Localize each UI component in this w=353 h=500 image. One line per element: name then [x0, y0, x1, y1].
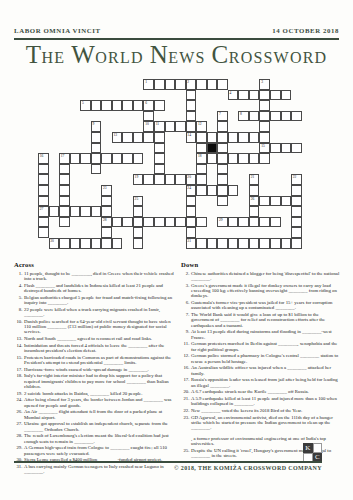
grid-cell[interactable]: [186, 227, 197, 238]
title-word: CROSSWORD: [212, 49, 328, 66]
grid-cell[interactable]: [38, 217, 49, 228]
across-heading: Across: [14, 261, 177, 268]
grid-cell[interactable]: [196, 174, 207, 185]
grid-cell[interactable]: [101, 100, 112, 111]
grid-cell[interactable]: [217, 238, 228, 249]
grid-cell[interactable]: [154, 153, 165, 164]
grid-cell[interactable]: [186, 206, 197, 217]
grid-cell[interactable]: [165, 174, 176, 185]
logo-k-square: K: [303, 443, 313, 453]
grid-cell[interactable]: [49, 206, 60, 217]
grid-cell[interactable]: [154, 79, 165, 90]
clue-text: North and South ________ agreed to recon…: [24, 336, 152, 341]
clue: 9.At least 13 people died during rainsto…: [181, 329, 341, 340]
grid-cell[interactable]: [101, 196, 112, 207]
clue-number: 31: [187, 239, 191, 243]
grid-cell[interactable]: [249, 90, 260, 101]
grid-cell[interactable]: [281, 111, 292, 122]
clue-number: 30: [50, 239, 54, 243]
grid-cell[interactable]: [217, 174, 228, 185]
grid-cell[interactable]: [281, 143, 292, 154]
clue-list-number: 19.: [14, 391, 22, 396]
clue-number: 9: [92, 122, 94, 126]
grid-cell[interactable]: [91, 206, 102, 217]
clue-list-number: 13.: [14, 336, 22, 341]
grid-cell[interactable]: [80, 153, 91, 164]
grid-cell[interactable]: [196, 132, 207, 143]
grid-cell[interactable]: 16: [38, 153, 49, 164]
clue-text: German protesters marched in Berlin agai…: [191, 341, 337, 351]
grid-cell[interactable]: 13: [112, 132, 123, 143]
clue-list-number: 20.: [181, 389, 189, 394]
logo-blank-square-1: [313, 443, 323, 453]
clue-list-number: 5.: [14, 295, 22, 300]
grid-cell[interactable]: [217, 143, 228, 154]
grid-cell[interactable]: [259, 217, 270, 228]
grid-cell[interactable]: [133, 206, 144, 217]
grid-cell[interactable]: 29: [217, 217, 228, 228]
grid-cell[interactable]: [238, 132, 249, 143]
clue-list-number: 27.: [14, 421, 22, 426]
grid-cell[interactable]: [249, 111, 260, 122]
clue-number: 15: [261, 144, 265, 148]
clue-number: 27: [40, 207, 44, 211]
grid-cell[interactable]: [270, 111, 281, 122]
grid-cell[interactable]: [112, 100, 123, 111]
clue-number: 26: [251, 197, 255, 201]
clue-number: 20: [187, 175, 191, 179]
clue: 27.Ukraine got approval to establish an …: [14, 421, 177, 432]
grid-cell[interactable]: [59, 206, 70, 217]
clue: 18.Italy's far-right interior minister h…: [14, 373, 177, 389]
grid-cell[interactable]: [249, 132, 260, 143]
clue-list-number: 4.: [14, 283, 22, 288]
grid-cell[interactable]: [249, 206, 260, 217]
clue: 19.2 suicide bomb attacks in Baidoa, ___…: [14, 391, 177, 396]
grid-cell[interactable]: [228, 217, 239, 228]
grid-cell[interactable]: [175, 121, 186, 132]
grid-cell[interactable]: [186, 111, 197, 122]
grid-cell[interactable]: [112, 153, 123, 164]
grid-cell[interactable]: [270, 143, 281, 154]
grid-cell[interactable]: [133, 132, 144, 143]
grid-cell[interactable]: [196, 217, 207, 228]
grid-cell[interactable]: [112, 217, 123, 228]
masthead-date: 14 OCTOBER 2018: [272, 27, 339, 34]
clue-list-number: 23.: [181, 415, 189, 420]
clue: 3.Greece's government made it illegal fo…: [181, 283, 341, 299]
grid-cell[interactable]: [249, 217, 260, 228]
grid-cell[interactable]: [122, 132, 133, 143]
clue-list-number: 16.: [181, 365, 189, 370]
crossword-grid: 1234567891011121314151617181920212223242…: [38, 79, 302, 249]
grid-cell[interactable]: [228, 153, 239, 164]
grid-cell[interactable]: [249, 238, 260, 249]
clue-text: Greece's government made it illegal for …: [191, 283, 337, 299]
grid-cell[interactable]: [38, 174, 49, 185]
grid-cell[interactable]: [186, 217, 197, 228]
clue-text: A German high-speed train from Cologne t…: [24, 445, 167, 455]
clue-list-number: 2.: [181, 271, 189, 276]
grid-cell[interactable]: [175, 79, 186, 90]
clue-number: 8: [240, 112, 242, 116]
grid-cell[interactable]: [38, 227, 49, 238]
clue-number: 11: [156, 122, 159, 126]
clue: 17.Hurricane-force winds caused wide-spr…: [14, 367, 177, 372]
grid-cell[interactable]: 23: [101, 185, 112, 196]
grid-cell[interactable]: [133, 227, 144, 238]
grid-cell[interactable]: [175, 217, 186, 228]
grid-cell[interactable]: [165, 217, 176, 228]
clue: 10.Danish police searched for a 64-year-…: [14, 319, 177, 335]
masthead: LABOR OMNIA VINCIT 14 OCTOBER 2018: [14, 27, 339, 34]
grid-cell[interactable]: 19: [133, 174, 144, 185]
grid-cell[interactable]: [270, 217, 281, 228]
grid-cell[interactable]: [91, 153, 102, 164]
clue-text: Flash ________ and landslides in Indones…: [24, 283, 163, 293]
clue-number: 22: [293, 175, 297, 179]
grid-cell[interactable]: 27: [38, 206, 49, 217]
grid-cell[interactable]: 6: [143, 100, 154, 111]
clue: 6.Guatemala's former vice-president was …: [181, 300, 341, 311]
grid-cell[interactable]: 15: [259, 143, 270, 154]
grid-cell[interactable]: [291, 196, 302, 207]
clue-number: 1: [145, 80, 147, 84]
grid-cell[interactable]: [154, 164, 165, 175]
grid-cell[interactable]: [291, 185, 302, 196]
grid-cell[interactable]: [186, 90, 197, 101]
grid-cell[interactable]: [207, 79, 218, 90]
clue: 26.An Air ________ flight attendant fell…: [14, 409, 177, 420]
grid-cell[interactable]: [59, 196, 70, 207]
grid-cell[interactable]: [70, 206, 81, 217]
clue-list-number: 18.: [14, 373, 22, 378]
clue-list-number: 9.: [181, 329, 189, 334]
grid-cell[interactable]: [281, 196, 292, 207]
grid-cell[interactable]: [186, 121, 197, 132]
grid-cell[interactable]: [217, 164, 228, 175]
grid-cell[interactable]: [207, 185, 218, 196]
grid-cell[interactable]: [259, 132, 270, 143]
grid-cell[interactable]: 17: [59, 153, 70, 164]
clue-number: 19: [135, 175, 139, 179]
grid-cell[interactable]: [154, 174, 165, 185]
grid-cell[interactable]: [122, 100, 133, 111]
clue-text: 11 people, thought to be ________, died …: [24, 271, 174, 281]
grid-cell[interactable]: [112, 238, 123, 249]
clue-number: 24: [187, 186, 191, 190]
clue-text: Intimidation and threats forced 4 offici…: [24, 343, 164, 353]
grid-cell[interactable]: [228, 185, 239, 196]
grid-cell[interactable]: [291, 227, 302, 238]
black-cell: [207, 143, 218, 154]
clue-text: Danish police searched for a 64-year-old…: [24, 319, 171, 335]
clue-text: A bus carrying mainly German teenagers t…: [24, 464, 164, 474]
grid-cell[interactable]: [238, 217, 249, 228]
grid-cell[interactable]: 7: [217, 111, 228, 122]
clue-list-number: 1.: [14, 271, 22, 276]
grid-cell[interactable]: [228, 238, 239, 249]
clue-text: At least 13 people died during rainstorm…: [191, 329, 332, 339]
clue-list-number: 3.: [181, 283, 189, 288]
clue: 31.A bus carrying mainly German teenager…: [14, 464, 177, 475]
grid-cell[interactable]: [259, 238, 270, 249]
down-clues: Down 2.Chinese authorities detained a bl…: [181, 261, 341, 460]
clue-text: The result of Luxembourg's election mean…: [24, 433, 169, 443]
clue-list-number: 8.: [14, 307, 22, 312]
clue: 14.Intimidation and threats forced 4 off…: [14, 343, 177, 354]
clue-number: 13: [114, 133, 118, 137]
masthead-motto: LABOR OMNIA VINCIT: [14, 27, 101, 34]
grid-cell[interactable]: 21: [249, 174, 260, 185]
grid-cell[interactable]: [101, 153, 112, 164]
clue-list-number: 15.: [14, 355, 22, 360]
clue-text: The World Bank said it would give a loan…: [191, 312, 325, 328]
grid-cell[interactable]: 22: [291, 174, 302, 185]
grid-cell[interactable]: [259, 121, 270, 132]
clue-text: 22 people were killed when a truck carry…: [24, 307, 160, 317]
grid-cell[interactable]: [238, 153, 249, 164]
clue-text: Chinese authorities detained a blogger f…: [191, 271, 339, 281]
clue: 4.Flash ________ and landslides in Indon…: [14, 283, 177, 294]
clue: 20.A 6.7 earthquake struck near the Kuri…: [181, 389, 341, 394]
clue: 24.After being closed for 3 years, the b…: [14, 397, 177, 408]
clue-list-number: 21.: [181, 396, 189, 401]
grid-cell[interactable]: [259, 111, 270, 122]
clue-number: 23: [103, 186, 107, 190]
clue: 2.Chinese authorities detained a blogger…: [181, 271, 341, 282]
grid-cell[interactable]: [196, 143, 207, 154]
copyright-text: © 2018, THE KOMIŽA CROSSWORD COMPANY: [174, 465, 322, 471]
clue-text: An Australian wildlife officer was injur…: [191, 365, 331, 375]
clue-list-number: 10.: [14, 319, 22, 324]
grid-cell[interactable]: [207, 153, 218, 164]
grid-cell[interactable]: 12: [196, 121, 207, 132]
clue: 12.German police stormed a pharmacy in C…: [181, 353, 341, 364]
grid-cell[interactable]: [249, 153, 260, 164]
grid-cell[interactable]: [259, 100, 270, 111]
clue-text: Ukraine got approval to establish an ind…: [24, 421, 168, 431]
clue: 29.A German high-speed train from Cologn…: [14, 445, 177, 456]
grid-cell[interactable]: [101, 238, 112, 249]
grid-cell[interactable]: [143, 132, 154, 143]
grid-cell[interactable]: [154, 143, 165, 154]
grid-cell[interactable]: [154, 132, 165, 143]
grid-cell[interactable]: [291, 111, 302, 122]
clue-number: 12: [198, 122, 202, 126]
grid-cell[interactable]: [133, 217, 144, 228]
grid-cell[interactable]: [186, 100, 197, 111]
grid-cell[interactable]: [291, 217, 302, 228]
clue-list-number: 17.: [181, 377, 189, 382]
grid-cell[interactable]: 26: [249, 196, 260, 207]
grid-cell[interactable]: [217, 185, 228, 196]
grid-cell[interactable]: 1: [143, 79, 154, 90]
clue-text: A 6.7 earthquake struck near the Kurile …: [191, 389, 309, 394]
grid-cell[interactable]: [91, 143, 102, 154]
clue-number: 28: [103, 218, 107, 222]
grid-cell[interactable]: 5: [80, 100, 91, 111]
grid-cell[interactable]: [122, 217, 133, 228]
grid-cell[interactable]: [133, 238, 144, 249]
clue-number: 3: [261, 80, 263, 84]
grid-cell[interactable]: [91, 164, 102, 175]
grid-cell[interactable]: [196, 164, 207, 175]
clue-list-number: 11.: [181, 341, 189, 346]
masthead-rule: [14, 38, 339, 40]
grid-cell[interactable]: [91, 100, 102, 111]
clue-text: German police stormed a pharmacy in Colo…: [191, 353, 338, 363]
grid-cell[interactable]: [270, 196, 281, 207]
grid-cell[interactable]: [217, 79, 228, 90]
grid-cell[interactable]: 9: [91, 121, 102, 132]
clue-text: After being closed for 3 years, the bord…: [24, 397, 171, 407]
grid-cell[interactable]: [291, 238, 302, 249]
clue-list-number: 28.: [14, 433, 22, 438]
grid-cell[interactable]: [238, 90, 249, 101]
grid-cell[interactable]: [165, 121, 176, 132]
clue: 5.Belgian authorities charged 5 people f…: [14, 295, 177, 306]
publisher-logo: K C: [303, 443, 322, 462]
clue-text: Russia's opposition leader was released …: [191, 377, 338, 387]
grid-cell[interactable]: 11: [154, 121, 165, 132]
grid-cell[interactable]: [70, 238, 81, 249]
grid-cell[interactable]: 2: [186, 79, 197, 90]
grid-cell[interactable]: [259, 90, 270, 101]
grid-cell[interactable]: [228, 132, 239, 143]
grid-cell[interactable]: [196, 185, 207, 196]
down-list: 2.Chinese authorities detained a blogger…: [181, 271, 341, 459]
grid-cell[interactable]: 24: [186, 185, 197, 196]
grid-cell[interactable]: [196, 238, 207, 249]
grid-cell[interactable]: [207, 238, 218, 249]
grid-cell[interactable]: [38, 164, 49, 175]
grid-cell[interactable]: [281, 238, 292, 249]
clue-number: 2: [187, 80, 189, 84]
title-word: THE: [26, 49, 66, 66]
grid-cell[interactable]: [186, 196, 197, 207]
grid-cell[interactable]: [207, 132, 218, 143]
clue: 17.Russia's opposition leader was releas…: [181, 377, 341, 388]
grid-cell[interactable]: [80, 238, 91, 249]
grid-cell[interactable]: [59, 174, 70, 185]
clue: 15.Protesters barricaded roads in Comoro…: [14, 355, 177, 366]
grid-cell[interactable]: 3: [259, 79, 270, 90]
grid-cell[interactable]: [133, 100, 144, 111]
grid-cell[interactable]: [270, 238, 281, 249]
grid-cell[interactable]: [133, 153, 144, 164]
clue: 21.A 5.9 earthquake killed at least 11 p…: [181, 396, 341, 407]
grid-cell[interactable]: [59, 164, 70, 175]
clue-number: 16: [40, 154, 44, 158]
clue: 13.North and South ________ agreed to re…: [14, 336, 177, 341]
grid-cell[interactable]: [154, 100, 165, 111]
clue: 28.The result of Luxembourg's election m…: [14, 433, 177, 444]
grid-cell[interactable]: [249, 185, 260, 196]
grid-cell[interactable]: [154, 217, 165, 228]
clue-text: New ________ voted the kererū its 2018 B…: [191, 408, 302, 413]
grid-cell[interactable]: [59, 217, 70, 228]
grid-cell[interactable]: [217, 196, 228, 207]
grid-cell[interactable]: [281, 90, 292, 101]
grid-cell[interactable]: [122, 153, 133, 164]
clue-number: 14: [187, 133, 191, 137]
crossword-page: LABOR OMNIA VINCIT 14 OCTOBER 2018 THEWO…: [0, 0, 353, 500]
grid-cell[interactable]: 10: [143, 121, 154, 132]
clue-list-number: 29.: [14, 445, 22, 450]
grid-cell[interactable]: [259, 196, 270, 207]
logo-letter-k: K: [305, 444, 310, 452]
grid-cell[interactable]: [270, 90, 281, 101]
clue-list-number: 17.: [14, 367, 22, 372]
grid-cell[interactable]: [238, 238, 249, 249]
grid-cell[interactable]: 28: [101, 217, 112, 228]
clue-text: Protesters barricaded roads in Comoros a…: [24, 355, 171, 365]
grid-cell[interactable]: [165, 79, 176, 90]
clue-text: Italy's far-right interior minister had …: [24, 373, 169, 389]
grid-cell[interactable]: [217, 121, 228, 132]
footer-rule: [14, 461, 322, 463]
clue-text: Belgian authorities charged 5 people for…: [24, 295, 172, 305]
clue-number: 7: [219, 112, 221, 116]
grid-cell[interactable]: [217, 132, 228, 143]
grid-cell[interactable]: [59, 185, 70, 196]
grid-cell[interactable]: 30: [49, 238, 60, 249]
grid-cell[interactable]: 4: [228, 90, 239, 101]
clue-list-number: 25.: [181, 448, 189, 453]
grid-cell[interactable]: [217, 153, 228, 164]
title-word: WORLD: [71, 49, 143, 66]
grid-cell[interactable]: [143, 174, 154, 185]
across-list: 1.11 people, thought to be ________, die…: [14, 271, 177, 475]
clue-number: 5: [82, 101, 84, 105]
grid-cell[interactable]: [291, 143, 302, 154]
grid-cell[interactable]: [175, 174, 186, 185]
grid-cell[interactable]: [143, 217, 154, 228]
clue-list-number: 14.: [14, 343, 22, 348]
grid-cell[interactable]: 25: [133, 196, 144, 207]
clue: 8.22 people were killed when a truck car…: [14, 307, 177, 318]
clue-text: An Air ________ flight attendant fell fr…: [24, 409, 162, 419]
grid-cell[interactable]: [38, 185, 49, 196]
grid-cell[interactable]: 18: [196, 153, 207, 164]
clue-list-number: 7.: [181, 312, 189, 317]
clue-text: Guatemala's former vice-president was ja…: [191, 300, 332, 310]
grid-cell[interactable]: [80, 206, 91, 217]
grid-cell[interactable]: [101, 227, 112, 238]
grid-cell[interactable]: [143, 111, 154, 122]
grid-cell[interactable]: [196, 79, 207, 90]
clue-list-number: 26.: [14, 409, 22, 414]
clue: 1.11 people, thought to be ________, die…: [14, 271, 177, 282]
grid-cell[interactable]: [101, 206, 112, 217]
clue: 23.GD Agarwal, an environmental activist…: [181, 415, 341, 431]
clue-number: 6: [145, 101, 147, 105]
grid-cell[interactable]: [70, 153, 81, 164]
down-heading: Down: [181, 261, 341, 268]
grid-cell[interactable]: 31: [186, 238, 197, 249]
grid-cell[interactable]: [91, 132, 102, 143]
grid-cell[interactable]: 20: [186, 174, 197, 185]
grid-cell[interactable]: [59, 238, 70, 249]
grid-cell[interactable]: [259, 153, 270, 164]
grid-cell[interactable]: 8: [238, 111, 249, 122]
grid-cell[interactable]: [91, 238, 102, 249]
grid-cell[interactable]: [291, 206, 302, 217]
grid-cell[interactable]: 14: [186, 132, 197, 143]
clue: 22.New ________ voted the kererū its 201…: [181, 408, 341, 413]
grid-cell[interactable]: [38, 196, 49, 207]
